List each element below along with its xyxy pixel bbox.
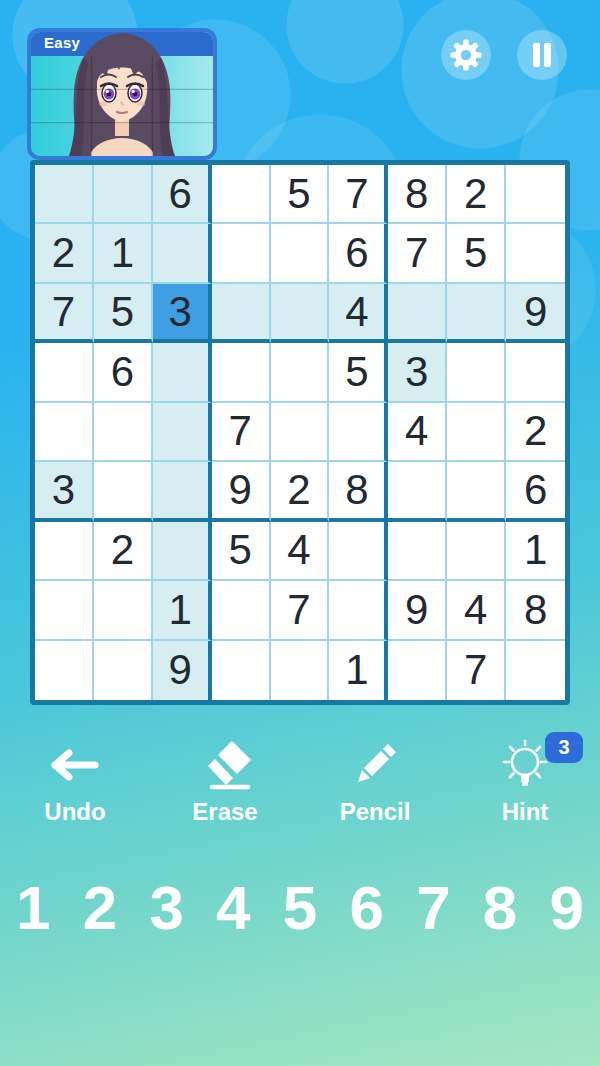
pencil-button[interactable]: Pencil — [300, 736, 450, 826]
cell-r3c8[interactable] — [447, 284, 506, 343]
cell-r7c9[interactable]: 1 — [506, 522, 565, 581]
cell-r6c9[interactable]: 6 — [506, 462, 565, 521]
cell-r4c9[interactable] — [506, 343, 565, 402]
hint-label-pencil: Pencil — [340, 798, 411, 826]
cell-r7c5[interactable]: 4 — [271, 522, 330, 581]
numpad-digit-4[interactable]: 4 — [216, 872, 250, 944]
cell-r7c7[interactable] — [388, 522, 447, 581]
cell-r9c4[interactable] — [212, 641, 271, 700]
cell-r9c8[interactable]: 7 — [447, 641, 506, 700]
cell-r9c7[interactable] — [388, 641, 447, 700]
cell-r9c3[interactable]: 9 — [153, 641, 212, 700]
settings-button[interactable] — [441, 30, 491, 80]
cell-r8c8[interactable]: 4 — [447, 581, 506, 640]
difficulty-badge: Easy — [44, 34, 80, 51]
cell-r1c7[interactable]: 8 — [388, 165, 447, 224]
cell-r8c1[interactable] — [35, 581, 94, 640]
numpad-digit-2[interactable]: 2 — [83, 872, 117, 944]
cell-r2c2[interactable]: 1 — [94, 224, 153, 283]
cell-r6c6[interactable]: 8 — [329, 462, 388, 521]
numpad-digit-5[interactable]: 5 — [283, 872, 317, 944]
cell-r3c2[interactable]: 5 — [94, 284, 153, 343]
cell-r5c6[interactable] — [329, 403, 388, 462]
undo-arrow-icon — [48, 736, 102, 794]
hint-label: Hint — [502, 798, 549, 826]
cell-r3c9[interactable]: 9 — [506, 284, 565, 343]
cell-r5c8[interactable] — [447, 403, 506, 462]
cell-r2c1[interactable]: 2 — [35, 224, 94, 283]
pencil-icon — [352, 736, 398, 794]
hint-count-badge: 3 — [545, 732, 583, 763]
numpad-digit-8[interactable]: 8 — [483, 872, 517, 944]
number-pad: 123456789 — [0, 872, 600, 944]
cell-r1c2[interactable] — [94, 165, 153, 224]
cell-r2c5[interactable] — [271, 224, 330, 283]
cell-r7c6[interactable] — [329, 522, 388, 581]
cell-r7c2[interactable]: 2 — [94, 522, 153, 581]
cell-r6c3[interactable] — [153, 462, 212, 521]
cell-r7c3[interactable] — [153, 522, 212, 581]
sudoku-app-screen: Easy 65782216757534965374239286254117948… — [0, 0, 600, 1066]
toolbar: Undo Erase Pencil — [0, 736, 600, 826]
cell-r1c4[interactable] — [212, 165, 271, 224]
cell-r3c5[interactable] — [271, 284, 330, 343]
cell-r9c6[interactable]: 1 — [329, 641, 388, 700]
cell-r1c1[interactable] — [35, 165, 94, 224]
cell-r1c9[interactable] — [506, 165, 565, 224]
cell-r9c2[interactable] — [94, 641, 153, 700]
level-preview-card: Easy — [27, 28, 217, 160]
erase-button[interactable]: Erase — [150, 736, 300, 826]
pause-icon — [529, 42, 555, 68]
cell-r4c7[interactable]: 3 — [388, 343, 447, 402]
cell-r8c4[interactable] — [212, 581, 271, 640]
cell-r1c8[interactable]: 2 — [447, 165, 506, 224]
cell-r4c8[interactable] — [447, 343, 506, 402]
cell-r8c3[interactable]: 1 — [153, 581, 212, 640]
undo-label: Undo — [44, 798, 105, 826]
cell-r2c8[interactable]: 5 — [447, 224, 506, 283]
cell-r5c3[interactable] — [153, 403, 212, 462]
cell-r5c7[interactable]: 4 — [388, 403, 447, 462]
cell-r7c8[interactable] — [447, 522, 506, 581]
cell-r2c7[interactable]: 7 — [388, 224, 447, 283]
cell-r2c3[interactable] — [153, 224, 212, 283]
cell-r1c6[interactable]: 7 — [329, 165, 388, 224]
sudoku-board: 65782216757534965374239286254117948917 — [30, 160, 570, 705]
cell-r6c8[interactable] — [447, 462, 506, 521]
cell-r5c1[interactable] — [35, 403, 94, 462]
undo-button[interactable]: Undo — [0, 736, 150, 826]
cell-r3c7[interactable] — [388, 284, 447, 343]
hint-button[interactable]: Hint 3 — [450, 736, 600, 826]
cell-r8c7[interactable]: 9 — [388, 581, 447, 640]
cell-r8c6[interactable] — [329, 581, 388, 640]
cell-r3c1[interactable]: 7 — [35, 284, 94, 343]
cell-r3c4[interactable] — [212, 284, 271, 343]
numpad-digit-7[interactable]: 7 — [416, 872, 450, 944]
cell-r4c5[interactable] — [271, 343, 330, 402]
cell-r4c4[interactable] — [212, 343, 271, 402]
cell-r6c4[interactable]: 9 — [212, 462, 271, 521]
cell-r7c4[interactable]: 5 — [212, 522, 271, 581]
cell-r2c4[interactable] — [212, 224, 271, 283]
cell-r4c1[interactable] — [35, 343, 94, 402]
cell-r9c1[interactable] — [35, 641, 94, 700]
eraser-icon — [196, 736, 254, 794]
cell-r9c5[interactable] — [271, 641, 330, 700]
cell-r4c2[interactable]: 6 — [94, 343, 153, 402]
cell-r2c9[interactable] — [506, 224, 565, 283]
pause-button[interactable] — [517, 30, 567, 80]
erase-label: Erase — [192, 798, 257, 826]
cell-r3c3[interactable]: 3 — [153, 284, 212, 343]
cell-r2c6[interactable]: 6 — [329, 224, 388, 283]
numpad-digit-1[interactable]: 1 — [16, 872, 50, 944]
numpad-digit-6[interactable]: 6 — [349, 872, 383, 944]
cell-r8c2[interactable] — [94, 581, 153, 640]
cell-r4c3[interactable] — [153, 343, 212, 402]
cell-r6c5[interactable]: 2 — [271, 462, 330, 521]
numpad-digit-3[interactable]: 3 — [149, 872, 183, 944]
cell-r8c5[interactable]: 7 — [271, 581, 330, 640]
cell-r5c5[interactable] — [271, 403, 330, 462]
cell-r7c1[interactable] — [35, 522, 94, 581]
cell-r3c6[interactable]: 4 — [329, 284, 388, 343]
gear-icon — [450, 39, 482, 71]
cell-r6c7[interactable] — [388, 462, 447, 521]
cell-r6c2[interactable] — [94, 462, 153, 521]
numpad-digit-9[interactable]: 9 — [550, 872, 584, 944]
cell-r4c6[interactable]: 5 — [329, 343, 388, 402]
cell-r5c9[interactable]: 2 — [506, 403, 565, 462]
cell-r6c1[interactable]: 3 — [35, 462, 94, 521]
cell-r8c9[interactable]: 8 — [506, 581, 565, 640]
cell-r1c5[interactable]: 5 — [271, 165, 330, 224]
cell-r9c9[interactable] — [506, 641, 565, 700]
cell-r5c2[interactable] — [94, 403, 153, 462]
cell-r1c3[interactable]: 6 — [153, 165, 212, 224]
cell-r5c4[interactable]: 7 — [212, 403, 271, 462]
